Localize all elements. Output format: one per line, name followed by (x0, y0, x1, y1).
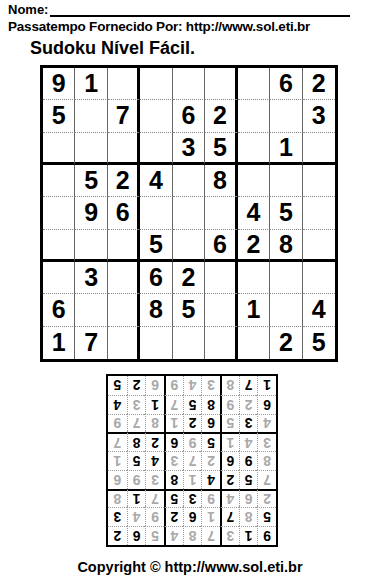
puzzle-cell: 7 (108, 100, 140, 132)
puzzle-cell (43, 230, 75, 262)
solution-cell: 2 (145, 432, 164, 451)
solution-cell: 1 (201, 507, 220, 526)
puzzle-cell: 5 (205, 133, 237, 165)
puzzle-cell: 4 (303, 294, 335, 326)
puzzle-cell: 6 (173, 100, 205, 132)
puzzle-cell: 8 (205, 165, 237, 197)
puzzle-cell: 7 (75, 327, 107, 359)
copyright-text: Copyright © http://www.sol.eti.br (0, 559, 380, 575)
solution-cell: 2 (127, 376, 146, 395)
puzzle-cell (205, 327, 237, 359)
solution-cell: 7 (220, 507, 239, 526)
solution-cell: 1 (239, 526, 258, 545)
solution-cell: 6 (239, 489, 258, 508)
puzzle-cell: 9 (75, 197, 107, 229)
puzzle-cell (140, 68, 172, 100)
solution-cell: 4 (108, 395, 127, 414)
solution-cell: 5 (108, 376, 127, 395)
puzzle-cell: 4 (140, 165, 172, 197)
solution-cell: 4 (145, 451, 164, 470)
solution-cell: 1 (220, 432, 239, 451)
puzzle-cell (238, 133, 270, 165)
solution-cell: 9 (257, 526, 276, 545)
puzzle-cell: 3 (303, 100, 335, 132)
puzzle-cell: 5 (140, 230, 172, 262)
solution-cell: 6 (145, 376, 164, 395)
puzzle-cell (140, 327, 172, 359)
solution-cell: 1 (164, 414, 183, 433)
puzzle-cell (43, 197, 75, 229)
solution-cell: 3 (183, 489, 202, 508)
solution-cell: 8 (239, 507, 258, 526)
puzzle-cell (140, 133, 172, 165)
puzzle-cell: 2 (270, 327, 302, 359)
puzzle-cell (43, 133, 75, 165)
solution-cell: 1 (127, 489, 146, 508)
puzzle-cell: 6 (140, 262, 172, 294)
puzzle-cell: 1 (238, 294, 270, 326)
page-title: Sudoku Nível Fácil. (30, 38, 195, 59)
solution-cell: 8 (164, 470, 183, 489)
puzzle-cell (43, 165, 75, 197)
solution-cell: 3 (127, 395, 146, 414)
solution-cell: 6 (257, 395, 276, 414)
puzzle-cell (140, 100, 172, 132)
solution-cell: 4 (257, 414, 276, 433)
puzzle-cell: 5 (75, 165, 107, 197)
solution-cell: 1 (183, 470, 202, 489)
solution-cell: 4 (183, 376, 202, 395)
name-underline (50, 3, 350, 17)
solution-cell: 8 (145, 414, 164, 433)
puzzle-cell: 3 (173, 133, 205, 165)
solution-grid: 9137845625871629432649357187524183968962… (106, 374, 278, 547)
puzzle-cell: 1 (43, 327, 75, 359)
puzzle-cell: 2 (108, 165, 140, 197)
puzzle-cell: 9 (43, 68, 75, 100)
solution-cell: 2 (239, 395, 258, 414)
solution-cell: 3 (145, 470, 164, 489)
solution-cell: 4 (239, 432, 258, 451)
puzzle-cell: 1 (270, 133, 302, 165)
solution-cell: 9 (183, 432, 202, 451)
solution-cell: 2 (183, 414, 202, 433)
solution-cell: 3 (220, 526, 239, 545)
solution-cell: 7 (127, 414, 146, 433)
provider-text: Passatempo Fornecido Por: http://www.sol… (8, 19, 310, 34)
solution-cell: 7 (201, 526, 220, 545)
puzzle-cell: 2 (238, 230, 270, 262)
solution-cell: 9 (108, 414, 127, 433)
solution-cell: 3 (164, 451, 183, 470)
puzzle-cell (303, 262, 335, 294)
solution-cell: 5 (239, 470, 258, 489)
puzzle-cell (108, 327, 140, 359)
puzzle-cell (75, 230, 107, 262)
puzzle-cell: 2 (205, 100, 237, 132)
puzzle-cell (108, 262, 140, 294)
puzzle-cell: 2 (303, 68, 335, 100)
puzzle-cell: 6 (270, 68, 302, 100)
puzzle-cell (75, 133, 107, 165)
puzzle-cell (270, 262, 302, 294)
puzzle-cell (270, 294, 302, 326)
solution-cell: 5 (164, 489, 183, 508)
solution-cell: 7 (257, 470, 276, 489)
puzzle-cell (173, 230, 205, 262)
puzzle-cell (75, 100, 107, 132)
solution-cell: 8 (127, 432, 146, 451)
puzzle-cell (303, 230, 335, 262)
puzzle-cell (238, 100, 270, 132)
puzzle-cell (238, 262, 270, 294)
puzzle-cell: 6 (205, 230, 237, 262)
solution-cell: 7 (108, 432, 127, 451)
puzzle-cell (205, 294, 237, 326)
solution-cell: 1 (257, 376, 276, 395)
solution-cell: 8 (201, 395, 220, 414)
puzzle-cell: 1 (75, 68, 107, 100)
solution-cell: 5 (257, 507, 276, 526)
solution-cell: 4 (220, 489, 239, 508)
solution-cell: 2 (257, 489, 276, 508)
solution-cell: 6 (183, 507, 202, 526)
solution-cell: 7 (183, 451, 202, 470)
puzzle-cell: 8 (270, 230, 302, 262)
puzzle-cell (108, 68, 140, 100)
solution-cell: 4 (164, 526, 183, 545)
solution-cell: 3 (201, 376, 220, 395)
solution-cell: 7 (239, 376, 258, 395)
puzzle-cell (173, 68, 205, 100)
solution-cell: 3 (257, 432, 276, 451)
solution-cell: 9 (220, 395, 239, 414)
puzzle-cell: 8 (140, 294, 172, 326)
solution-cell: 8 (220, 376, 239, 395)
name-row: Nome: (8, 2, 350, 17)
solution-cell: 2 (220, 470, 239, 489)
solution-cell: 6 (201, 414, 220, 433)
solution-cell: 9 (201, 489, 220, 508)
puzzle-cell (238, 68, 270, 100)
puzzle-cell: 6 (108, 197, 140, 229)
solution-cell: 8 (183, 526, 202, 545)
solution-cell: 9 (164, 376, 183, 395)
puzzle-cell: 2 (173, 262, 205, 294)
solution-cell: 6 (220, 451, 239, 470)
solution-cell: 7 (145, 489, 164, 508)
solution-cell: 9 (145, 507, 164, 526)
puzzle-cell (140, 197, 172, 229)
puzzle-cell: 5 (43, 100, 75, 132)
solution-cell: 2 (108, 526, 127, 545)
puzzle-cell (303, 197, 335, 229)
puzzle-cell (270, 165, 302, 197)
solution-cell: 3 (239, 414, 258, 433)
puzzle-cell: 5 (173, 294, 205, 326)
puzzle-cell (108, 230, 140, 262)
puzzle-cell: 6 (43, 294, 75, 326)
puzzle-cell: 5 (270, 197, 302, 229)
puzzle-cell (205, 68, 237, 100)
solution-cell: 5 (127, 451, 146, 470)
puzzle-cell: 3 (75, 262, 107, 294)
puzzle-cell (238, 327, 270, 359)
name-label: Nome: (8, 2, 48, 17)
solution-cell: 2 (201, 451, 220, 470)
sudoku-page: Nome: Passatempo Fornecido Por: http://w… (0, 0, 380, 585)
puzzle-cell (238, 165, 270, 197)
solution-cell: 8 (257, 451, 276, 470)
solution-cell: 2 (164, 507, 183, 526)
solution-cell: 5 (220, 414, 239, 433)
puzzle-cell (173, 197, 205, 229)
puzzle-cell (205, 197, 237, 229)
solution-cell: 5 (145, 526, 164, 545)
sudoku-grid: 916257623351524896455628362685141725 (40, 65, 338, 362)
puzzle-cell (108, 133, 140, 165)
solution-cell: 9 (127, 470, 146, 489)
puzzle-cell (270, 100, 302, 132)
solution-cell: 4 (127, 507, 146, 526)
solution-cell: 9 (239, 451, 258, 470)
puzzle-cell (303, 165, 335, 197)
solution-cell: 6 (108, 470, 127, 489)
solution-cell: 5 (183, 395, 202, 414)
puzzle-cell: 4 (238, 197, 270, 229)
solution-cell: 4 (201, 470, 220, 489)
puzzle-cell (75, 294, 107, 326)
solution-cell: 7 (164, 395, 183, 414)
solution-cell: 1 (145, 395, 164, 414)
puzzle-cell: 5 (303, 327, 335, 359)
solution-cell: 1 (108, 451, 127, 470)
puzzle-cell (173, 165, 205, 197)
puzzle-cell (43, 262, 75, 294)
puzzle-cell (173, 327, 205, 359)
solution-cell: 6 (127, 526, 146, 545)
puzzle-cell (303, 133, 335, 165)
solution-cell: 5 (201, 432, 220, 451)
solution-cell: 3 (108, 507, 127, 526)
solution-cell: 6 (164, 432, 183, 451)
puzzle-cell (205, 262, 237, 294)
solution-cell: 8 (108, 489, 127, 508)
puzzle-cell (108, 294, 140, 326)
